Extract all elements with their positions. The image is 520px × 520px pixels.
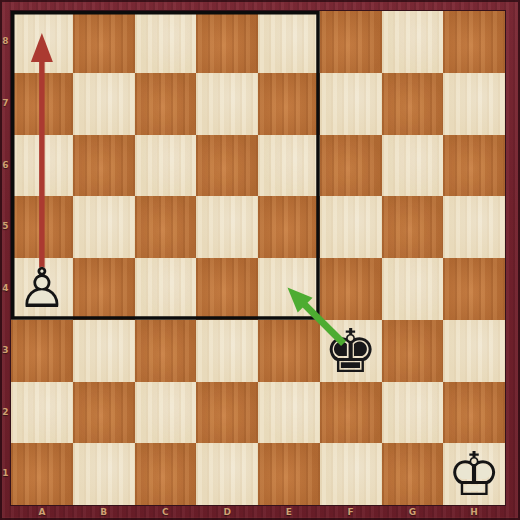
file-label-b: B — [73, 505, 135, 520]
file-label-a: A — [11, 505, 73, 520]
square-c4[interactable] — [135, 258, 197, 320]
square-a3[interactable] — [11, 320, 73, 382]
square-h7[interactable] — [443, 73, 505, 135]
file-label-c: C — [135, 505, 197, 520]
square-c7[interactable] — [135, 73, 197, 135]
square-f8[interactable] — [320, 11, 382, 73]
rank-label-5: 5 — [0, 196, 11, 258]
file-label-d: D — [196, 505, 258, 520]
square-f4[interactable] — [320, 258, 382, 320]
square-e1[interactable] — [258, 443, 320, 505]
square-e8[interactable] — [258, 11, 320, 73]
square-d1[interactable] — [196, 443, 258, 505]
square-a5[interactable] — [11, 196, 73, 258]
square-h4[interactable] — [443, 258, 505, 320]
square-b8[interactable] — [73, 11, 135, 73]
piece-glyph: ♙ — [11, 258, 73, 320]
square-a2[interactable] — [11, 382, 73, 444]
piece-white-pawn-a4[interactable]: ♟♙ — [11, 258, 73, 320]
square-d4[interactable] — [196, 258, 258, 320]
square-b1[interactable] — [73, 443, 135, 505]
piece-black-king-f3[interactable]: ♚ — [320, 320, 382, 382]
square-d6[interactable] — [196, 135, 258, 197]
chess-board: 87654321ABCDEFGH ♟♙♚♚♔ — [0, 0, 520, 520]
square-d3[interactable] — [196, 320, 258, 382]
square-f6[interactable] — [320, 135, 382, 197]
square-d7[interactable] — [196, 73, 258, 135]
square-e5[interactable] — [258, 196, 320, 258]
square-g8[interactable] — [382, 11, 444, 73]
square-d8[interactable] — [196, 11, 258, 73]
file-label-g: G — [382, 505, 444, 520]
square-g6[interactable] — [382, 135, 444, 197]
board-squares — [11, 11, 505, 505]
square-e6[interactable] — [258, 135, 320, 197]
square-h2[interactable] — [443, 382, 505, 444]
square-f2[interactable] — [320, 382, 382, 444]
square-b3[interactable] — [73, 320, 135, 382]
square-e3[interactable] — [258, 320, 320, 382]
square-g7[interactable] — [382, 73, 444, 135]
square-g4[interactable] — [382, 258, 444, 320]
square-d5[interactable] — [196, 196, 258, 258]
rank-label-3: 3 — [0, 320, 11, 382]
square-c2[interactable] — [135, 382, 197, 444]
square-b5[interactable] — [73, 196, 135, 258]
piece-glyph: ♔ — [443, 443, 505, 505]
rank-label-1: 1 — [0, 443, 11, 505]
square-f1[interactable] — [320, 443, 382, 505]
square-g5[interactable] — [382, 196, 444, 258]
rank-label-7: 7 — [0, 73, 11, 135]
square-h5[interactable] — [443, 196, 505, 258]
rank-label-6: 6 — [0, 135, 11, 197]
square-a8[interactable] — [11, 11, 73, 73]
piece-white-king-h1[interactable]: ♚♔ — [443, 443, 505, 505]
file-label-e: E — [258, 505, 320, 520]
square-h8[interactable] — [443, 11, 505, 73]
square-a1[interactable] — [11, 443, 73, 505]
square-b6[interactable] — [73, 135, 135, 197]
square-c6[interactable] — [135, 135, 197, 197]
file-label-f: F — [320, 505, 382, 520]
square-c5[interactable] — [135, 196, 197, 258]
square-c8[interactable] — [135, 11, 197, 73]
square-e7[interactable] — [258, 73, 320, 135]
rank-label-4: 4 — [0, 258, 11, 320]
square-a6[interactable] — [11, 135, 73, 197]
square-g2[interactable] — [382, 382, 444, 444]
square-f5[interactable] — [320, 196, 382, 258]
piece-glyph: ♚ — [320, 320, 382, 382]
square-d2[interactable] — [196, 382, 258, 444]
rank-label-2: 2 — [0, 382, 11, 444]
square-c1[interactable] — [135, 443, 197, 505]
square-b4[interactable] — [73, 258, 135, 320]
square-a7[interactable] — [11, 73, 73, 135]
square-b7[interactable] — [73, 73, 135, 135]
square-c3[interactable] — [135, 320, 197, 382]
square-g3[interactable] — [382, 320, 444, 382]
square-h3[interactable] — [443, 320, 505, 382]
square-e2[interactable] — [258, 382, 320, 444]
square-g1[interactable] — [382, 443, 444, 505]
square-e4[interactable] — [258, 258, 320, 320]
rank-label-8: 8 — [0, 11, 11, 73]
square-f7[interactable] — [320, 73, 382, 135]
square-h6[interactable] — [443, 135, 505, 197]
square-b2[interactable] — [73, 382, 135, 444]
